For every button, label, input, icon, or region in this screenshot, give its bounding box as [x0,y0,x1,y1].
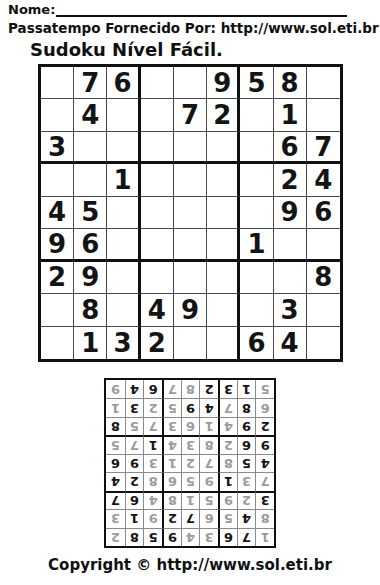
puzzle-cell-r5c3[interactable] [107,197,140,229]
solution-cell-r2c2: 4 [237,509,256,527]
solution-cell-r2c5: 7 [181,509,200,527]
solution-cell-r5c6: 1 [162,454,181,472]
solution-cell-r8c5: 9 [181,398,200,416]
solution-cell-r9c3: 3 [218,380,237,398]
solution-cell-r5c1: 4 [255,454,274,472]
puzzle-cell-r3c4[interactable] [141,132,174,164]
solution-cell-r2c4: 6 [199,509,218,527]
puzzle-cell-r7c5[interactable] [174,262,207,294]
puzzle-cell-r5c7[interactable] [240,197,273,229]
solution-cell-r3c5: 1 [181,491,200,509]
puzzle-cell-r9c2: 1 [74,327,107,359]
puzzle-cell-r6c6[interactable] [207,229,240,261]
solution-cell-r8c6: 5 [162,398,181,416]
solution-cell-r6c9: 5 [106,435,125,453]
solution-cell-r5c4: 7 [199,454,218,472]
puzzle-cell-r1c7: 5 [240,67,273,99]
solution-cell-r9c2: 1 [237,380,256,398]
puzzle-cell-r7c9: 8 [307,262,340,294]
puzzle-cell-r2c3[interactable] [107,99,140,131]
page-title: Sudoku Nível Fácil. [30,39,223,60]
solution-cell-r1c1: 1 [255,528,274,546]
solution-cell-r1c6: 9 [162,528,181,546]
puzzle-cell-r5c8: 9 [274,197,307,229]
puzzle-cell-r6c7: 1 [240,229,273,261]
solution-cell-r7c4: 1 [199,417,218,435]
puzzle-cell-r3c2[interactable] [74,132,107,164]
solution-cell-r2c9: 3 [106,509,125,527]
solution-cell-r7c5: 6 [181,417,200,435]
puzzle-cell-r6c4[interactable] [141,229,174,261]
solution-cell-r5c3: 8 [218,454,237,472]
puzzle-cell-r8c3[interactable] [107,294,140,326]
puzzle-cell-r8c6[interactable] [207,294,240,326]
puzzle-cell-r9c9[interactable] [307,327,340,359]
puzzle-cell-r4c6[interactable] [207,164,240,196]
solution-cell-r3c8: 6 [125,491,144,509]
puzzle-cell-r6c9[interactable] [307,229,340,261]
solution-cell-r2c8: 1 [125,509,144,527]
puzzle-cell-r7c4[interactable] [141,262,174,294]
name-field-row: Nome: [8,2,347,17]
puzzle-cell-r1c5[interactable] [174,67,207,99]
solution-cell-r4c4: 9 [199,472,218,490]
provided-by-text: Passatempo Fornecido Por: http://www.sol… [8,20,379,36]
solution-cell-r9c6: 7 [162,380,181,398]
puzzle-cell-r8c1[interactable] [41,294,74,326]
solution-cell-r6c2: 6 [237,435,256,453]
puzzle-cell-r8c2: 8 [74,294,107,326]
solution-cell-r7c8: 5 [125,417,144,435]
solution-cell-r4c1: 7 [255,472,274,490]
puzzle-cell-r4c4[interactable] [141,164,174,196]
solution-cell-r4c8: 2 [125,472,144,490]
solution-cell-r6c3: 2 [218,435,237,453]
puzzle-cell-r3c7[interactable] [240,132,273,164]
solution-cell-r7c9: 8 [106,417,125,435]
solution-cell-r5c9: 6 [106,454,125,472]
puzzle-cell-r5c2: 5 [74,197,107,229]
puzzle-cell-r5c6[interactable] [207,197,240,229]
puzzle-cell-r8c4: 4 [141,294,174,326]
puzzle-cell-r7c6[interactable] [207,262,240,294]
puzzle-cell-r3c5[interactable] [174,132,207,164]
solution-cell-r4c7: 8 [143,472,162,490]
copyright-text: Copyright © http://www.sol.eti.br [0,556,380,574]
solution-cell-r6c6: 4 [162,435,181,453]
puzzle-cell-r6c3[interactable] [107,229,140,261]
solution-cell-r3c3: 9 [218,491,237,509]
puzzle-cell-r1c8: 8 [274,67,307,99]
solution-cell-r9c9: 9 [106,380,125,398]
solution-cell-r1c3: 6 [218,528,237,546]
solution-cell-r6c8: 7 [125,435,144,453]
solution-cell-r3c7: 4 [143,491,162,509]
sudoku-puzzle-grid: 7695847213671244596961298849313264 [38,64,343,362]
puzzle-cell-r2c2: 4 [74,99,107,131]
puzzle-cell-r1c1[interactable] [41,67,74,99]
puzzle-cell-r8c5: 9 [174,294,207,326]
solution-cell-r8c4: 4 [199,398,218,416]
puzzle-cell-r1c4[interactable] [141,67,174,99]
solution-cell-r8c7: 2 [143,398,162,416]
solution-cell-r4c2: 3 [237,472,256,490]
solution-cell-r7c7: 7 [143,417,162,435]
puzzle-cell-r4c8: 2 [274,164,307,196]
sudoku-solution-grid-upside-down: 1763495828456729133295184677319568244587… [104,378,276,548]
puzzle-cell-r9c8: 4 [274,327,307,359]
solution-cell-r1c4: 3 [199,528,218,546]
puzzle-cell-r3c6[interactable] [207,132,240,164]
solution-cell-r8c3: 7 [218,398,237,416]
puzzle-cell-r1c3: 6 [107,67,140,99]
puzzle-cell-r3c8: 6 [274,132,307,164]
solution-cell-r3c1: 3 [255,491,274,509]
solution-cell-r4c9: 4 [106,472,125,490]
puzzle-cell-r7c1: 2 [41,262,74,294]
puzzle-cell-r9c4: 2 [141,327,174,359]
puzzle-cell-r5c5[interactable] [174,197,207,229]
puzzle-cell-r9c5[interactable] [174,327,207,359]
solution-cell-r9c8: 4 [125,380,144,398]
solution-cell-r5c2: 5 [237,454,256,472]
puzzle-cell-r2c9[interactable] [307,99,340,131]
puzzle-cell-r3c9: 7 [307,132,340,164]
solution-cell-r9c1: 5 [255,380,274,398]
solution-cell-r6c7: 1 [143,435,162,453]
puzzle-cell-r4c9: 4 [307,164,340,196]
solution-cell-r9c7: 6 [143,380,162,398]
puzzle-cell-r8c8: 3 [274,294,307,326]
puzzle-cell-r1c9[interactable] [307,67,340,99]
solution-cell-r6c5: 3 [181,435,200,453]
solution-cell-r8c9: 1 [106,398,125,416]
solution-cell-r4c3: 1 [218,472,237,490]
solution-cell-r9c4: 2 [199,380,218,398]
solution-cell-r3c2: 2 [237,491,256,509]
puzzle-cell-r2c7[interactable] [240,99,273,131]
solution-cell-r3c4: 5 [199,491,218,509]
puzzle-cell-r8c9[interactable] [307,294,340,326]
solution-cell-r7c2: 9 [237,417,256,435]
puzzle-cell-r7c2: 9 [74,262,107,294]
solution-cell-r5c7: 3 [143,454,162,472]
solution-cell-r6c1: 9 [255,435,274,453]
puzzle-cell-r7c8[interactable] [274,262,307,294]
solution-cell-r3c9: 7 [106,491,125,509]
puzzle-cell-r6c8[interactable] [274,229,307,261]
solution-cell-r3c6: 8 [162,491,181,509]
puzzle-cell-r5c9: 6 [307,197,340,229]
solution-cell-r9c5: 8 [181,380,200,398]
solution-cell-r2c7: 9 [143,509,162,527]
name-fill-in-line[interactable] [56,2,347,17]
puzzle-cell-r2c8: 1 [274,99,307,131]
puzzle-cell-r6c5[interactable] [174,229,207,261]
puzzle-cell-r6c2: 6 [74,229,107,261]
puzzle-cell-r3c3[interactable] [107,132,140,164]
puzzle-cell-r8c7[interactable] [240,294,273,326]
puzzle-cell-r5c4[interactable] [141,197,174,229]
puzzle-cell-r5c1: 4 [41,197,74,229]
solution-cell-r2c1: 8 [255,509,274,527]
puzzle-cell-r1c6: 9 [207,67,240,99]
puzzle-cell-r2c6: 2 [207,99,240,131]
solution-cell-r4c5: 5 [181,472,200,490]
solution-cell-r7c6: 3 [162,417,181,435]
solution-cell-r4c6: 6 [162,472,181,490]
solution-cell-r1c2: 7 [237,528,256,546]
solution-cell-r1c8: 8 [125,528,144,546]
solution-cell-r8c1: 6 [255,398,274,416]
name-label: Nome: [8,2,55,17]
puzzle-cell-r9c6[interactable] [207,327,240,359]
solution-cell-r1c7: 5 [143,528,162,546]
puzzle-cell-r7c3[interactable] [107,262,140,294]
puzzle-cell-r4c5[interactable] [174,164,207,196]
solution-cell-r7c3: 4 [218,417,237,435]
solution-cell-r5c5: 2 [181,454,200,472]
solution-cell-r8c8: 3 [125,398,144,416]
puzzle-cell-r3c1: 3 [41,132,74,164]
solution-cell-r2c6: 2 [162,509,181,527]
puzzle-cell-r2c1[interactable] [41,99,74,131]
puzzle-cell-r9c1[interactable] [41,327,74,359]
solution-cell-r7c1: 2 [255,417,274,435]
puzzle-cell-r4c1[interactable] [41,164,74,196]
solution-cell-r8c2: 8 [237,398,256,416]
puzzle-cell-r2c4[interactable] [141,99,174,131]
sudoku-worksheet-page: Nome: Passatempo Fornecido Por: http://w… [0,0,380,585]
puzzle-cell-r1c2: 7 [74,67,107,99]
solution-cell-r1c9: 2 [106,528,125,546]
solution-cell-r6c4: 8 [199,435,218,453]
puzzle-cell-r7c7[interactable] [240,262,273,294]
solution-cell-r2c3: 5 [218,509,237,527]
puzzle-cell-r9c7: 6 [240,327,273,359]
puzzle-cell-r9c3: 3 [107,327,140,359]
puzzle-cell-r4c3: 1 [107,164,140,196]
puzzle-cell-r4c2[interactable] [74,164,107,196]
puzzle-cell-r6c1: 9 [41,229,74,261]
puzzle-cell-r2c5: 7 [174,99,207,131]
solution-cell-r5c8: 9 [125,454,144,472]
solution-cell-r1c5: 4 [181,528,200,546]
puzzle-cell-r4c7[interactable] [240,164,273,196]
